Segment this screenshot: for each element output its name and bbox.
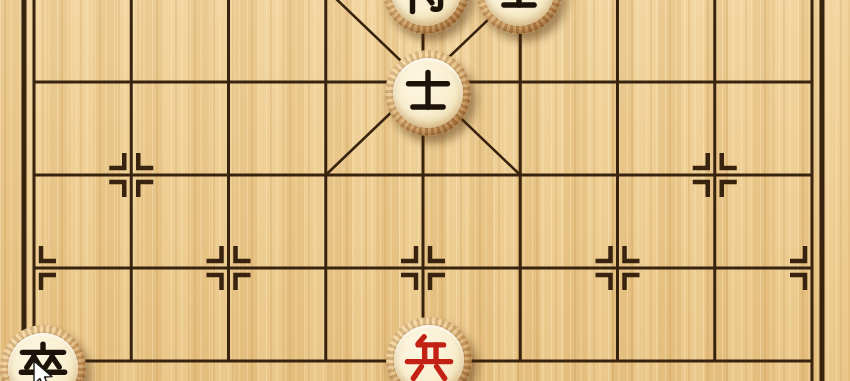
mouse-cursor — [32, 360, 58, 381]
glyph-将-icon — [399, 0, 453, 18]
glyph-士-icon — [492, 0, 546, 18]
glyph-兵-icon — [402, 333, 456, 381]
piece-black-advisor[interactable] — [385, 50, 471, 136]
glyph-士-icon — [401, 66, 455, 120]
xiangqi-board — [0, 0, 850, 381]
cursor-arrow-icon — [32, 360, 58, 381]
